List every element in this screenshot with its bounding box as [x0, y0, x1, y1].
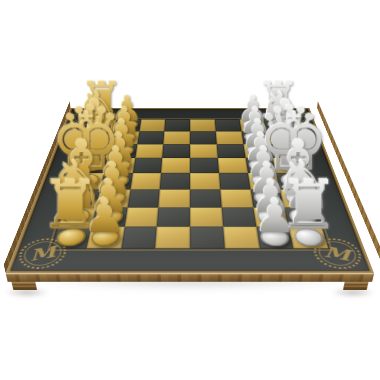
chess-board: M M M M ♜♟♟♜♞♟♟♞♝♟♟♝♛♟♟♛♚♟♟♚♝♟♟♝♞♟♟♞♜ — [6, 108, 375, 273]
gold-pawn-glyph: ♟ — [52, 192, 158, 239]
board-square — [161, 158, 190, 173]
board-square — [190, 144, 218, 158]
board-square — [163, 131, 190, 144]
board-square — [162, 144, 190, 158]
board-front-edge — [6, 273, 375, 281]
board-square — [190, 158, 219, 173]
silver-rook-glyph: ♜ — [256, 171, 362, 239]
product-photo-canvas: M M M M ♜♟♟♜♞♟♟♞♝♟♟♝♛♟♟♛♚♟♟♚♝♟♟♝♞♟♟♞♜ — [0, 0, 380, 380]
board-square — [215, 119, 241, 131]
board-foot — [343, 282, 369, 290]
board-square — [139, 119, 165, 131]
board-square — [190, 119, 216, 131]
board-foot — [11, 282, 37, 290]
board-square — [190, 131, 217, 144]
board-square — [164, 119, 190, 131]
